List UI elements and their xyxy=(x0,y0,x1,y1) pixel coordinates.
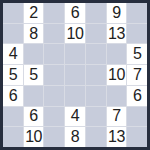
clue-cell-r6c2: 6 xyxy=(24,107,44,127)
empty-cell-r1c5[interactable] xyxy=(86,3,106,23)
empty-cell-r7c3[interactable] xyxy=(44,127,64,147)
empty-cell-r2c5[interactable] xyxy=(86,24,106,44)
empty-cell-r6c5[interactable] xyxy=(86,107,106,127)
clue-cell-r4c6: 10 xyxy=(107,65,127,85)
puzzle-grid: 2698101345551076664710813 xyxy=(3,3,147,147)
clue-cell-r7c4: 8 xyxy=(65,127,85,147)
empty-cell-r3c5[interactable] xyxy=(86,44,106,64)
empty-cell-r3c3[interactable] xyxy=(44,44,64,64)
kuromasu-board: 2698101345551076664710813 xyxy=(0,0,150,150)
empty-cell-r3c2[interactable] xyxy=(24,44,44,64)
empty-cell-r5c6[interactable] xyxy=(107,86,127,106)
clue-cell-r5c7: 6 xyxy=(127,86,147,106)
clue-cell-r2c6: 13 xyxy=(107,24,127,44)
clue-cell-r7c2: 10 xyxy=(24,127,44,147)
empty-cell-r4c5[interactable] xyxy=(86,65,106,85)
empty-cell-r5c5[interactable] xyxy=(86,86,106,106)
clue-cell-r1c6: 9 xyxy=(107,3,127,23)
empty-cell-r7c7[interactable] xyxy=(127,127,147,147)
empty-cell-r5c4[interactable] xyxy=(65,86,85,106)
clue-cell-r3c7: 5 xyxy=(127,44,147,64)
clue-cell-r4c2: 5 xyxy=(24,65,44,85)
clue-cell-r4c1: 5 xyxy=(3,65,23,85)
empty-cell-r2c7[interactable] xyxy=(127,24,147,44)
clue-cell-r1c2: 2 xyxy=(24,3,44,23)
clue-cell-r7c6: 13 xyxy=(107,127,127,147)
empty-cell-r5c2[interactable] xyxy=(24,86,44,106)
empty-cell-r3c4[interactable] xyxy=(65,44,85,64)
empty-cell-r4c3[interactable] xyxy=(44,65,64,85)
clue-cell-r6c6: 7 xyxy=(107,107,127,127)
clue-cell-r2c2: 8 xyxy=(24,24,44,44)
empty-cell-r6c1[interactable] xyxy=(3,107,23,127)
empty-cell-r2c3[interactable] xyxy=(44,24,64,44)
empty-cell-r4c4[interactable] xyxy=(65,65,85,85)
empty-cell-r3c6[interactable] xyxy=(107,44,127,64)
clue-cell-r3c1: 4 xyxy=(3,44,23,64)
clue-cell-r1c4: 6 xyxy=(65,3,85,23)
empty-cell-r5c3[interactable] xyxy=(44,86,64,106)
empty-cell-r6c7[interactable] xyxy=(127,107,147,127)
clue-cell-r4c7: 7 xyxy=(127,65,147,85)
clue-cell-r2c4: 10 xyxy=(65,24,85,44)
empty-cell-r1c7[interactable] xyxy=(127,3,147,23)
empty-cell-r7c5[interactable] xyxy=(86,127,106,147)
empty-cell-r1c1[interactable] xyxy=(3,3,23,23)
empty-cell-r1c3[interactable] xyxy=(44,3,64,23)
empty-cell-r2c1[interactable] xyxy=(3,24,23,44)
clue-cell-r5c1: 6 xyxy=(3,86,23,106)
clue-cell-r6c4: 4 xyxy=(65,107,85,127)
empty-cell-r7c1[interactable] xyxy=(3,127,23,147)
empty-cell-r6c3[interactable] xyxy=(44,107,64,127)
